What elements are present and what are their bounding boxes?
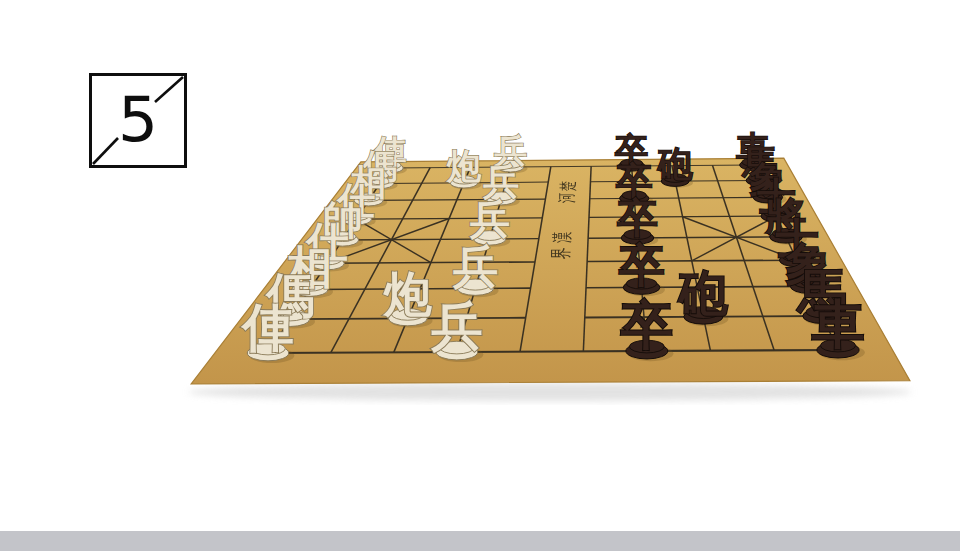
svg-text:兵: 兵 [469, 196, 509, 243]
svg-text:卒: 卒 [620, 295, 673, 355]
piece-dark-cannon: 砲 [657, 144, 693, 188]
piece-dark-soldier: 卒 [619, 239, 665, 297]
svg-text:卒: 卒 [619, 239, 665, 292]
page: 5 楚河漢界車卒兵俥馬砲炮傌象卒兵相士仕將卒兵帥士仕象卒兵相馬砲炮傌車卒兵俥 [0, 0, 960, 551]
piece-ivory-chariot: 俥 [240, 297, 294, 363]
svg-text:炮: 炮 [382, 266, 433, 322]
svg-text:兵: 兵 [452, 240, 498, 293]
svg-text:砲: 砲 [677, 265, 728, 321]
svg-text:河: 河 [556, 193, 578, 203]
footer-bar [0, 531, 960, 551]
piece-dark-soldier: 卒 [620, 295, 674, 361]
svg-text:俥: 俥 [240, 297, 294, 357]
svg-text:楚: 楚 [558, 181, 578, 191]
svg-text:卒: 卒 [616, 194, 658, 242]
svg-text:界: 界 [548, 247, 573, 259]
xiangqi-board: 楚河漢界車卒兵俥馬砲炮傌象卒兵相士仕將卒兵帥士仕象卒兵相馬砲炮傌車卒兵俥 [0, 0, 960, 551]
piece-dark-cannon: 砲 [677, 265, 728, 327]
svg-text:炮: 炮 [446, 146, 482, 186]
piece-ivory-cannon: 炮 [382, 266, 433, 327]
piece-ivory-cannon: 炮 [446, 146, 482, 190]
svg-text:車: 車 [812, 293, 864, 354]
piece-ivory-soldier: 兵 [430, 296, 483, 362]
svg-text:砲: 砲 [657, 144, 693, 184]
piece-dark-chariot: 車 [812, 293, 865, 360]
piece-ivory-soldier: 兵 [452, 240, 499, 297]
svg-text:兵: 兵 [430, 296, 483, 356]
mat-shadow [188, 383, 912, 401]
svg-text:漢: 漢 [551, 232, 575, 243]
